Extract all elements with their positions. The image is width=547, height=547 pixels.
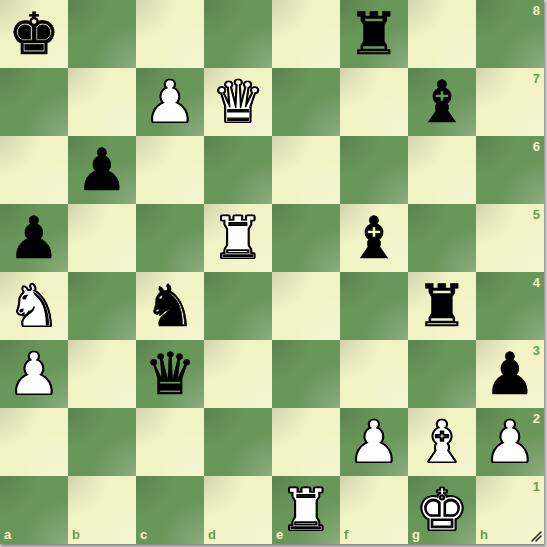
- square-f4[interactable]: [340, 272, 408, 340]
- square-e3[interactable]: [272, 340, 340, 408]
- square-a7[interactable]: [0, 68, 68, 136]
- square-d6[interactable]: [204, 136, 272, 204]
- square-g2[interactable]: ♝: [408, 408, 476, 476]
- piece-black-knight[interactable]: ♞: [136, 272, 204, 340]
- square-g6[interactable]: [408, 136, 476, 204]
- square-b1[interactable]: b: [68, 476, 136, 544]
- square-f5[interactable]: ♝: [340, 204, 408, 272]
- square-e1[interactable]: ♜e: [272, 476, 340, 544]
- square-e6[interactable]: [272, 136, 340, 204]
- square-c7[interactable]: ♟: [136, 68, 204, 136]
- square-b7[interactable]: [68, 68, 136, 136]
- file-label-d: d: [208, 527, 216, 542]
- file-label-f: f: [344, 527, 348, 542]
- rank-label-7: 7: [533, 71, 540, 86]
- square-g5[interactable]: [408, 204, 476, 272]
- square-a3[interactable]: ♟: [0, 340, 68, 408]
- square-f2[interactable]: ♟: [340, 408, 408, 476]
- square-h3[interactable]: ♟3: [476, 340, 544, 408]
- piece-black-rook[interactable]: ♜: [408, 272, 476, 340]
- square-f6[interactable]: [340, 136, 408, 204]
- square-h2[interactable]: ♟2: [476, 408, 544, 476]
- piece-white-pawn[interactable]: ♟: [340, 408, 408, 476]
- square-h5[interactable]: 5: [476, 204, 544, 272]
- rank-label-4: 4: [533, 275, 540, 290]
- piece-white-pawn[interactable]: ♟: [476, 408, 544, 476]
- square-d7[interactable]: ♛: [204, 68, 272, 136]
- square-d1[interactable]: d: [204, 476, 272, 544]
- square-g8[interactable]: [408, 0, 476, 68]
- square-h1[interactable]: 1h: [476, 476, 544, 544]
- file-label-b: b: [72, 527, 80, 542]
- square-a1[interactable]: a: [0, 476, 68, 544]
- piece-black-pawn[interactable]: ♟: [476, 340, 544, 408]
- square-c2[interactable]: [136, 408, 204, 476]
- square-d3[interactable]: [204, 340, 272, 408]
- square-d4[interactable]: [204, 272, 272, 340]
- square-a4[interactable]: ♞: [0, 272, 68, 340]
- square-c8[interactable]: [136, 0, 204, 68]
- piece-black-queen[interactable]: ♛: [136, 340, 204, 408]
- file-label-a: a: [4, 527, 11, 542]
- piece-white-king[interactable]: ♚: [408, 476, 476, 544]
- rank-label-1: 1: [533, 479, 540, 494]
- piece-black-bishop[interactable]: ♝: [340, 204, 408, 272]
- resize-grip-icon[interactable]: [528, 528, 542, 542]
- square-g3[interactable]: [408, 340, 476, 408]
- square-d8[interactable]: [204, 0, 272, 68]
- piece-black-king[interactable]: ♚: [0, 0, 68, 68]
- square-c3[interactable]: ♛: [136, 340, 204, 408]
- square-g1[interactable]: ♚g: [408, 476, 476, 544]
- square-h7[interactable]: 7: [476, 68, 544, 136]
- piece-black-pawn[interactable]: ♟: [68, 136, 136, 204]
- piece-white-knight[interactable]: ♞: [0, 272, 68, 340]
- square-a2[interactable]: [0, 408, 68, 476]
- square-b2[interactable]: [68, 408, 136, 476]
- piece-white-rook[interactable]: ♜: [272, 476, 340, 544]
- chess-board: ♚♜8♟♛♝7♟6♟♜♝5♞♞♜4♟♛♟3♟♝♟2abcd♜ef♚g1h: [0, 0, 544, 544]
- piece-white-pawn[interactable]: ♟: [0, 340, 68, 408]
- square-f1[interactable]: f: [340, 476, 408, 544]
- square-g7[interactable]: ♝: [408, 68, 476, 136]
- square-f8[interactable]: ♜: [340, 0, 408, 68]
- square-a5[interactable]: ♟: [0, 204, 68, 272]
- square-a6[interactable]: [0, 136, 68, 204]
- piece-white-bishop[interactable]: ♝: [408, 408, 476, 476]
- piece-white-rook[interactable]: ♜: [204, 204, 272, 272]
- chess-board-container: ♚♜8♟♛♝7♟6♟♜♝5♞♞♜4♟♛♟3♟♝♟2abcd♜ef♚g1h: [0, 0, 544, 544]
- piece-black-pawn[interactable]: ♟: [0, 204, 68, 272]
- file-label-c: c: [140, 527, 147, 542]
- square-h6[interactable]: 6: [476, 136, 544, 204]
- square-d2[interactable]: [204, 408, 272, 476]
- square-e5[interactable]: [272, 204, 340, 272]
- square-c4[interactable]: ♞: [136, 272, 204, 340]
- square-e8[interactable]: [272, 0, 340, 68]
- rank-label-8: 8: [533, 3, 540, 18]
- square-b3[interactable]: [68, 340, 136, 408]
- square-c5[interactable]: [136, 204, 204, 272]
- square-b6[interactable]: ♟: [68, 136, 136, 204]
- square-b5[interactable]: [68, 204, 136, 272]
- square-e7[interactable]: [272, 68, 340, 136]
- piece-white-pawn[interactable]: ♟: [136, 68, 204, 136]
- square-a8[interactable]: ♚: [0, 0, 68, 68]
- square-f7[interactable]: [340, 68, 408, 136]
- rank-label-6: 6: [533, 139, 540, 154]
- square-b8[interactable]: [68, 0, 136, 68]
- piece-black-bishop[interactable]: ♝: [408, 68, 476, 136]
- square-e2[interactable]: [272, 408, 340, 476]
- square-c1[interactable]: c: [136, 476, 204, 544]
- square-h4[interactable]: 4: [476, 272, 544, 340]
- square-h8[interactable]: 8: [476, 0, 544, 68]
- rank-label-5: 5: [533, 207, 540, 222]
- square-b4[interactable]: [68, 272, 136, 340]
- square-d5[interactable]: ♜: [204, 204, 272, 272]
- piece-black-rook[interactable]: ♜: [340, 0, 408, 68]
- square-c6[interactable]: [136, 136, 204, 204]
- piece-white-queen[interactable]: ♛: [204, 68, 272, 136]
- square-g4[interactable]: ♜: [408, 272, 476, 340]
- square-f3[interactable]: [340, 340, 408, 408]
- square-e4[interactable]: [272, 272, 340, 340]
- file-label-h: h: [480, 527, 488, 542]
